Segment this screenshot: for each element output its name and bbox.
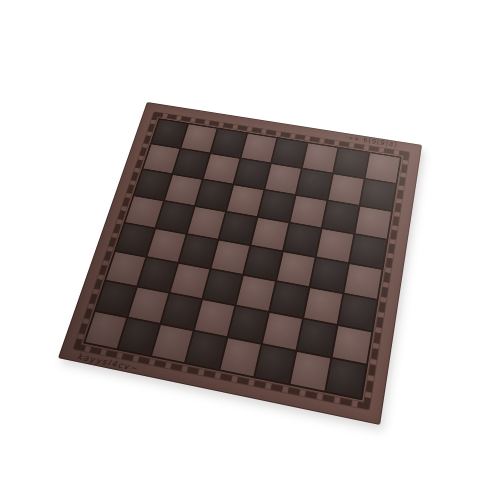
board-square xyxy=(259,191,295,222)
board-square xyxy=(203,270,242,305)
board-square xyxy=(212,241,250,274)
board-square xyxy=(334,148,368,177)
board-square xyxy=(241,134,276,163)
board-square xyxy=(290,196,326,227)
board-square xyxy=(328,174,363,205)
board-square xyxy=(171,264,210,298)
photo-canvas: -»✳ 6(9(9(4) kayysl4cv~ xyxy=(0,0,500,500)
board-square xyxy=(229,306,268,342)
board-square xyxy=(179,235,217,268)
board-square xyxy=(204,154,240,183)
board-square xyxy=(211,129,246,157)
board-square xyxy=(277,252,314,286)
board-square xyxy=(291,352,331,391)
board-square xyxy=(255,345,295,383)
board-square xyxy=(195,300,234,336)
board-square xyxy=(355,207,391,239)
board-square xyxy=(188,207,225,239)
board-square xyxy=(323,201,359,233)
board-square xyxy=(220,338,260,376)
board-square xyxy=(244,246,282,280)
board-square xyxy=(339,294,377,330)
board-square xyxy=(272,139,307,168)
board-square xyxy=(234,159,270,189)
board-square xyxy=(333,326,372,364)
board-square xyxy=(284,223,321,256)
board-square xyxy=(317,229,354,262)
board-perspective-wrap: -»✳ 6(9(9(4) kayysl4cv~ xyxy=(58,102,422,425)
board-square xyxy=(270,282,308,317)
board-square xyxy=(326,359,366,398)
board-square xyxy=(219,212,256,244)
board-square xyxy=(298,319,337,356)
board-square xyxy=(350,235,386,268)
chessboard: -»✳ 6(9(9(4) kayysl4cv~ xyxy=(58,102,422,425)
board-square xyxy=(311,258,348,292)
board-square xyxy=(252,218,289,250)
board-square xyxy=(366,153,400,183)
board-square xyxy=(227,185,263,216)
board-square xyxy=(361,179,396,210)
board-square xyxy=(297,169,332,199)
board-square xyxy=(344,264,381,299)
board-square xyxy=(303,143,338,172)
board-square xyxy=(263,313,302,350)
board-square xyxy=(186,332,226,370)
board-square xyxy=(265,164,300,194)
board-square xyxy=(196,180,232,211)
board-square xyxy=(237,276,275,311)
board-square xyxy=(304,288,342,324)
